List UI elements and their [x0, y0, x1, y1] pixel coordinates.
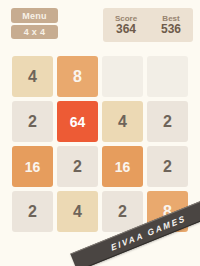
tile-2: 2 — [147, 146, 188, 187]
tile-8: 8 — [57, 56, 98, 97]
board-size-label: 4 x 4 — [24, 27, 46, 37]
tile-2: 2 — [147, 101, 188, 142]
score-value: 364 — [116, 23, 136, 37]
menu-button[interactable]: Menu — [11, 8, 58, 23]
empty-cell — [147, 56, 188, 97]
tile-16: 16 — [102, 146, 143, 187]
best-box: Best 536 — [161, 14, 181, 37]
tile-2: 2 — [12, 191, 53, 232]
tile-16: 16 — [12, 146, 53, 187]
tile-4: 4 — [12, 56, 53, 97]
menu-button-label: Menu — [22, 11, 47, 21]
score-box: Score 364 — [115, 14, 137, 37]
tile-2: 2 — [12, 101, 53, 142]
best-value: 536 — [161, 23, 181, 37]
board-size-button[interactable]: 4 x 4 — [11, 25, 58, 39]
tile-64: 64 — [57, 101, 98, 142]
tile-4: 4 — [102, 101, 143, 142]
empty-cell — [102, 56, 143, 97]
game-screen: Menu 4 x 4 Score 364 Best 536 4826442162… — [0, 0, 200, 266]
game-board[interactable]: 48264421621622428 — [12, 56, 188, 232]
tile-2: 2 — [57, 146, 98, 187]
tile-4: 4 — [57, 191, 98, 232]
score-panel: Score 364 Best 536 — [103, 8, 193, 42]
